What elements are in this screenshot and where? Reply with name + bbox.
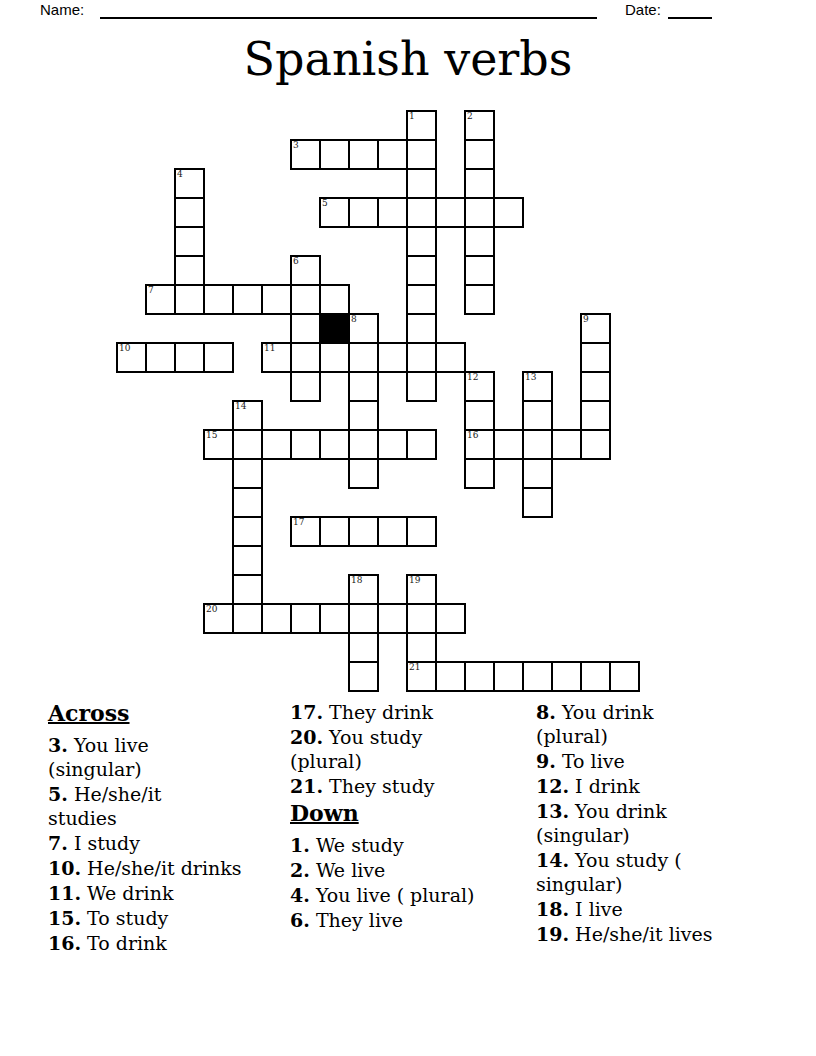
clue-line: singular)	[536, 872, 804, 896]
cell-number: 4	[177, 170, 183, 179]
date-label: Date:	[625, 1, 661, 18]
clue-number: 2.	[290, 859, 310, 881]
grid-cell[interactable]	[377, 603, 408, 634]
clue-line: 7. I study	[48, 831, 284, 855]
grid-cell[interactable]	[377, 342, 408, 373]
grid-cell[interactable]	[406, 603, 437, 634]
grid-cell[interactable]	[464, 458, 495, 489]
grid-cell[interactable]	[377, 429, 408, 460]
grid-cell[interactable]	[290, 284, 321, 315]
clue-13: 13. You drink(singular)	[536, 799, 804, 847]
grid-cell[interactable]	[406, 342, 437, 373]
grid-cell[interactable]	[406, 284, 437, 315]
grid-cell[interactable]	[435, 661, 466, 692]
clue-number: 7.	[48, 832, 68, 854]
grid-cell[interactable]	[261, 603, 292, 634]
grid-cell[interactable]	[464, 255, 495, 286]
grid-cell[interactable]	[435, 603, 466, 634]
grid-cell[interactable]	[232, 487, 263, 518]
clue-line: (singular)	[48, 757, 284, 781]
clue-number: 13.	[536, 800, 569, 822]
grid-cell[interactable]	[290, 603, 321, 634]
clue-number: 17.	[290, 701, 323, 723]
grid-cell[interactable]	[319, 516, 350, 547]
cell-number: 16	[467, 431, 478, 440]
clue-column-2: 17. They drink20. You study(plural)21. T…	[290, 700, 530, 933]
clue-column-1: Across3. You live(singular)5. He/she/its…	[48, 700, 284, 956]
grid-cell[interactable]	[493, 661, 524, 692]
cell-number: 21	[409, 663, 420, 672]
grid-cell[interactable]	[348, 139, 379, 170]
name-label: Name:	[40, 1, 84, 18]
grid-cell[interactable]	[232, 574, 263, 605]
grid-cell[interactable]	[174, 342, 205, 373]
grid-cell[interactable]	[174, 226, 205, 257]
grid-cell[interactable]	[464, 197, 495, 228]
grid-cell[interactable]	[261, 284, 292, 315]
clue-line: (singular)	[536, 823, 804, 847]
cell-number: 15	[206, 431, 217, 440]
grid-cell[interactable]	[435, 342, 466, 373]
clue-8: 8. You drink(plural)	[536, 700, 804, 748]
clue-line: 5. He/she/it	[48, 782, 284, 806]
clue-line: 12. I drink	[536, 774, 804, 798]
grid-cell[interactable]	[290, 313, 321, 344]
grid-cell[interactable]	[348, 400, 379, 431]
cell-number: 10	[119, 344, 130, 353]
grid-cell[interactable]	[203, 284, 234, 315]
clue-19: 19. He/she/it lives	[536, 922, 804, 946]
grid-cell[interactable]	[232, 516, 263, 547]
clue-11: 11. We drink	[48, 881, 284, 905]
grid-cell[interactable]	[377, 139, 408, 170]
grid-cell[interactable]	[464, 400, 495, 431]
crossword-grid: 123456789101112131415161718192021	[116, 110, 640, 692]
grid-cell[interactable]	[348, 342, 379, 373]
grid-cell[interactable]	[406, 197, 437, 228]
grid-cell[interactable]	[406, 313, 437, 344]
grid-cell[interactable]	[435, 197, 466, 228]
clue-number: 11.	[48, 882, 81, 904]
clue-line: 14. You study (	[536, 848, 804, 872]
grid-cell[interactable]	[348, 429, 379, 460]
grid-cell[interactable]	[145, 342, 176, 373]
grid-cell[interactable]	[464, 661, 495, 692]
grid-cell[interactable]	[319, 139, 350, 170]
clue-16: 16. To drink	[48, 931, 284, 955]
grid-cell[interactable]	[232, 429, 263, 460]
grid-cell[interactable]	[493, 197, 524, 228]
grid-cell[interactable]	[464, 226, 495, 257]
date-input-line[interactable]	[668, 17, 712, 19]
grid-cell[interactable]	[580, 429, 611, 460]
cell-number: 14	[235, 402, 246, 411]
clue-line: 13. You drink	[536, 799, 804, 823]
clue-14: 14. You study (singular)	[536, 848, 804, 896]
clue-line: 3. You live	[48, 733, 284, 757]
grid-cell[interactable]	[406, 139, 437, 170]
clue-line: (plural)	[536, 724, 804, 748]
cell-number: 19	[409, 576, 420, 585]
worksheet-page: Name: Date: Spanish verbs 12345678910111…	[0, 0, 816, 1056]
grid-cell[interactable]	[522, 458, 553, 489]
grid-cell[interactable]	[464, 168, 495, 199]
clue-20: 20. You study(plural)	[290, 725, 530, 773]
grid-cell[interactable]	[290, 429, 321, 460]
grid-cell[interactable]	[319, 429, 350, 460]
grid-cell[interactable]	[551, 429, 582, 460]
cell-number: 18	[351, 576, 362, 585]
grid-cell[interactable]	[319, 284, 350, 315]
clue-line: 19. He/she/it lives	[536, 922, 804, 946]
cell-number: 5	[322, 199, 328, 208]
grid-cell[interactable]	[406, 371, 437, 402]
clue-number: 4.	[290, 884, 310, 906]
across-heading: Across	[48, 700, 284, 726]
grid-cell[interactable]	[522, 429, 553, 460]
clue-line: 4. You live ( plural)	[290, 883, 530, 907]
cell-number: 6	[293, 257, 299, 266]
grid-cell[interactable]	[261, 429, 292, 460]
clue-number: 15.	[48, 907, 81, 929]
clue-number: 9.	[536, 750, 556, 772]
grid-cell[interactable]	[174, 197, 205, 228]
clue-7: 7. I study	[48, 831, 284, 855]
grid-cell[interactable]	[522, 487, 553, 518]
clue-10: 10. He/she/it drinks	[48, 856, 284, 880]
clue-9: 9. To live	[536, 749, 804, 773]
cell-number: 20	[206, 605, 217, 614]
clue-line: (plural)	[290, 749, 530, 773]
black-cell	[319, 313, 350, 344]
clue-line: 15. To study	[48, 906, 284, 930]
cell-number: 7	[148, 286, 154, 295]
clue-number: 21.	[290, 775, 323, 797]
grid-cell[interactable]	[406, 516, 437, 547]
grid-cell[interactable]	[377, 516, 408, 547]
clue-5: 5. He/she/itstudies	[48, 782, 284, 830]
cell-number: 2	[467, 112, 473, 121]
clue-18: 18. I live	[536, 897, 804, 921]
cell-number: 1	[409, 112, 415, 121]
grid-cell[interactable]	[406, 255, 437, 286]
grid-cell[interactable]	[348, 516, 379, 547]
grid-cell[interactable]	[580, 400, 611, 431]
cell-number: 3	[293, 141, 299, 150]
clue-number: 5.	[48, 783, 68, 805]
grid-cell[interactable]	[580, 342, 611, 373]
grid-cell[interactable]	[493, 429, 524, 460]
clue-number: 16.	[48, 932, 81, 954]
clue-3: 3. You live(singular)	[48, 733, 284, 781]
grid-cell[interactable]	[348, 371, 379, 402]
grid-cell[interactable]	[174, 284, 205, 315]
grid-cell[interactable]	[232, 284, 263, 315]
clue-line: 21. They study	[290, 774, 530, 798]
clue-number: 20.	[290, 726, 323, 748]
clue-4: 4. You live ( plural)	[290, 883, 530, 907]
grid-cell[interactable]	[319, 603, 350, 634]
grid-cell[interactable]	[203, 342, 234, 373]
cell-number: 13	[525, 373, 536, 382]
page-title: Spanish verbs	[0, 32, 816, 86]
clue-number: 8.	[536, 701, 556, 723]
grid-cell[interactable]	[319, 342, 350, 373]
clue-line: 11. We drink	[48, 881, 284, 905]
grid-cell[interactable]	[464, 139, 495, 170]
clue-12: 12. I drink	[536, 774, 804, 798]
clue-1: 1. We study	[290, 833, 530, 857]
grid-cell[interactable]	[290, 371, 321, 402]
clue-17: 17. They drink	[290, 700, 530, 724]
clue-line: 18. I live	[536, 897, 804, 921]
grid-cell[interactable]	[290, 342, 321, 373]
cell-number: 17	[293, 518, 304, 527]
grid-cell[interactable]	[377, 197, 408, 228]
grid-cell[interactable]	[406, 168, 437, 199]
clue-line: 8. You drink	[536, 700, 804, 724]
clue-15: 15. To study	[48, 906, 284, 930]
clue-number: 14.	[536, 849, 569, 871]
grid-cell[interactable]	[522, 661, 553, 692]
clue-line: 9. To live	[536, 749, 804, 773]
name-input-line[interactable]	[100, 17, 597, 19]
clue-line: 17. They drink	[290, 700, 530, 724]
clue-column-3: 8. You drink(plural)9. To live12. I drin…	[536, 700, 804, 947]
grid-cell[interactable]	[406, 632, 437, 663]
grid-cell[interactable]	[609, 661, 640, 692]
cell-number: 12	[467, 373, 478, 382]
clue-number: 18.	[536, 898, 569, 920]
clue-line: 6. They live	[290, 908, 530, 932]
cell-number: 11	[264, 344, 275, 353]
grid-cell[interactable]	[232, 603, 263, 634]
clue-line: studies	[48, 806, 284, 830]
clue-number: 12.	[536, 775, 569, 797]
clue-number: 10.	[48, 857, 81, 879]
grid-cell[interactable]	[348, 197, 379, 228]
clue-line: 2. We live	[290, 858, 530, 882]
clue-2: 2. We live	[290, 858, 530, 882]
grid-cell[interactable]	[348, 603, 379, 634]
clue-21: 21. They study	[290, 774, 530, 798]
grid-cell[interactable]	[406, 226, 437, 257]
grid-cell[interactable]	[232, 458, 263, 489]
grid-cell[interactable]	[580, 371, 611, 402]
grid-cell[interactable]	[551, 661, 582, 692]
grid-cell[interactable]	[348, 632, 379, 663]
clue-number: 3.	[48, 734, 68, 756]
clue-number: 1.	[290, 834, 310, 856]
clue-6: 6. They live	[290, 908, 530, 932]
grid-cell[interactable]	[522, 400, 553, 431]
clue-line: 1. We study	[290, 833, 530, 857]
clue-number: 19.	[536, 923, 569, 945]
grid-cell[interactable]	[406, 429, 437, 460]
grid-cell[interactable]	[580, 661, 611, 692]
grid-cell[interactable]	[464, 284, 495, 315]
grid-cell[interactable]	[174, 255, 205, 286]
down-heading: Down	[290, 800, 530, 826]
clue-line: 16. To drink	[48, 931, 284, 955]
cell-number: 8	[351, 315, 357, 324]
grid-cell[interactable]	[348, 661, 379, 692]
cell-number: 9	[583, 315, 589, 324]
clue-number: 6.	[290, 909, 310, 931]
grid-cell[interactable]	[232, 545, 263, 576]
clue-line: 10. He/she/it drinks	[48, 856, 284, 880]
clue-line: 20. You study	[290, 725, 530, 749]
grid-cell[interactable]	[348, 458, 379, 489]
